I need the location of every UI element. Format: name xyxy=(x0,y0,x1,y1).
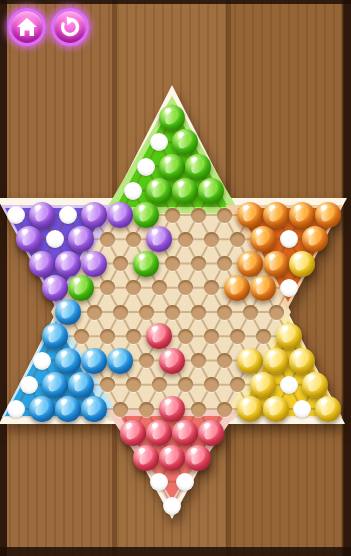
marble-yellow[interactable] xyxy=(263,396,289,422)
marble-red[interactable] xyxy=(185,445,211,471)
chinese-checkers-board xyxy=(0,0,351,556)
hole-empty[interactable] xyxy=(165,208,180,223)
hole-empty[interactable] xyxy=(74,329,89,344)
hole-empty[interactable] xyxy=(256,329,271,344)
marble-yellow[interactable] xyxy=(315,396,341,422)
hole-empty[interactable] xyxy=(139,402,154,417)
hole-empty[interactable] xyxy=(100,232,115,247)
restart-button[interactable] xyxy=(51,8,89,46)
hole-empty[interactable] xyxy=(191,402,206,417)
hole-empty[interactable] xyxy=(100,377,115,392)
marble-blue[interactable] xyxy=(55,348,81,374)
hole-empty[interactable] xyxy=(217,353,232,368)
hole-empty[interactable] xyxy=(191,208,206,223)
marble-orange[interactable] xyxy=(263,202,289,228)
hole-empty[interactable] xyxy=(217,305,232,320)
marble-blue[interactable] xyxy=(42,372,68,398)
hole-empty[interactable] xyxy=(165,305,180,320)
hole-empty[interactable] xyxy=(204,280,219,295)
home-button[interactable] xyxy=(8,8,46,46)
marble-yellow[interactable] xyxy=(263,348,289,374)
hole-empty[interactable] xyxy=(126,232,141,247)
hole-empty[interactable] xyxy=(230,329,245,344)
hole-empty[interactable] xyxy=(176,473,194,491)
hole-empty[interactable] xyxy=(113,305,128,320)
marble-green[interactable] xyxy=(185,154,211,180)
hole-empty[interactable] xyxy=(137,158,155,176)
marble-blue[interactable] xyxy=(55,396,81,422)
marble-green[interactable] xyxy=(68,275,94,301)
marble-red[interactable] xyxy=(133,445,159,471)
hole-empty[interactable] xyxy=(139,353,154,368)
marble-blue[interactable] xyxy=(68,372,94,398)
hole-empty[interactable] xyxy=(217,402,232,417)
hole-empty[interactable] xyxy=(100,280,115,295)
marble-orange[interactable] xyxy=(315,202,341,228)
hole-empty[interactable] xyxy=(113,256,128,271)
hole-empty[interactable] xyxy=(178,377,193,392)
marble-orange[interactable] xyxy=(237,202,263,228)
hole-empty[interactable] xyxy=(269,305,284,320)
marble-red[interactable] xyxy=(159,445,185,471)
marble-green[interactable] xyxy=(133,202,159,228)
hole-empty[interactable] xyxy=(152,377,167,392)
marble-orange[interactable] xyxy=(289,202,315,228)
marble-blue[interactable] xyxy=(55,299,81,325)
hole-empty[interactable] xyxy=(126,329,141,344)
marble-blue[interactable] xyxy=(81,348,107,374)
hole-empty[interactable] xyxy=(217,208,232,223)
marble-yellow[interactable] xyxy=(250,372,276,398)
hole-empty[interactable] xyxy=(230,232,245,247)
marble-purple[interactable] xyxy=(29,251,55,277)
app-screen: { "game": "chinese-checkers", "position"… xyxy=(0,0,351,556)
marble-purple[interactable] xyxy=(55,251,81,277)
marble-green[interactable] xyxy=(198,178,224,204)
restart-icon xyxy=(59,16,81,38)
hole-empty[interactable] xyxy=(204,232,219,247)
marble-yellow[interactable] xyxy=(289,348,315,374)
hole-empty[interactable] xyxy=(293,400,311,418)
marble-green[interactable] xyxy=(159,154,185,180)
hole-empty[interactable] xyxy=(7,400,25,418)
marble-orange[interactable] xyxy=(250,275,276,301)
hole-empty[interactable] xyxy=(126,377,141,392)
hole-empty[interactable] xyxy=(152,280,167,295)
home-icon xyxy=(16,16,38,38)
hole-empty[interactable] xyxy=(100,329,115,344)
hole-empty[interactable] xyxy=(191,353,206,368)
hole-empty[interactable] xyxy=(217,256,232,271)
hole-empty[interactable] xyxy=(20,376,38,394)
marble-yellow[interactable] xyxy=(289,251,315,277)
marble-purple[interactable] xyxy=(81,202,107,228)
marble-purple[interactable] xyxy=(42,275,68,301)
hole-empty[interactable] xyxy=(124,182,142,200)
hole-empty[interactable] xyxy=(204,329,219,344)
marble-purple[interactable] xyxy=(81,251,107,277)
hole-empty[interactable] xyxy=(33,352,51,370)
hole-empty[interactable] xyxy=(139,305,154,320)
marble-yellow[interactable] xyxy=(237,348,263,374)
marble-orange[interactable] xyxy=(224,275,250,301)
marble-red[interactable] xyxy=(159,348,185,374)
marble-yellow[interactable] xyxy=(302,372,328,398)
marble-purple[interactable] xyxy=(29,202,55,228)
marble-orange[interactable] xyxy=(237,251,263,277)
hole-empty[interactable] xyxy=(150,473,168,491)
marble-green[interactable] xyxy=(172,178,198,204)
hole-empty[interactable] xyxy=(230,377,245,392)
hole-empty[interactable] xyxy=(280,376,298,394)
hole-empty[interactable] xyxy=(165,256,180,271)
hole-empty[interactable] xyxy=(87,305,102,320)
marble-green[interactable] xyxy=(159,105,185,131)
hole-empty[interactable] xyxy=(204,377,219,392)
marble-orange[interactable] xyxy=(263,251,289,277)
hole-empty[interactable] xyxy=(113,402,128,417)
hole-empty[interactable] xyxy=(163,497,181,515)
hole-empty[interactable] xyxy=(7,206,25,224)
hole-empty[interactable] xyxy=(126,280,141,295)
hole-empty[interactable] xyxy=(178,280,193,295)
hole-empty[interactable] xyxy=(178,232,193,247)
marble-green[interactable] xyxy=(133,251,159,277)
hole-empty[interactable] xyxy=(178,329,193,344)
marble-purple[interactable] xyxy=(107,202,133,228)
hole-empty[interactable] xyxy=(191,305,206,320)
marble-blue[interactable] xyxy=(81,396,107,422)
marble-blue[interactable] xyxy=(29,396,55,422)
hole-empty[interactable] xyxy=(243,305,258,320)
marble-yellow[interactable] xyxy=(237,396,263,422)
hole-empty[interactable] xyxy=(280,279,298,297)
hole-empty[interactable] xyxy=(59,206,77,224)
marble-green[interactable] xyxy=(146,178,172,204)
marble-red[interactable] xyxy=(159,396,185,422)
marble-blue[interactable] xyxy=(107,348,133,374)
hole-empty[interactable] xyxy=(191,256,206,271)
